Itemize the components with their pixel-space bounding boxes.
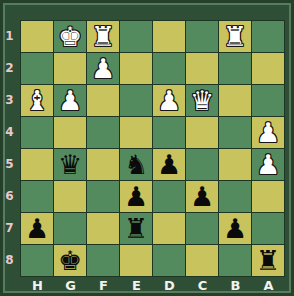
square-d4[interactable] xyxy=(153,117,185,148)
square-f6[interactable] xyxy=(87,181,119,212)
square-a6[interactable] xyxy=(252,181,284,212)
square-e3[interactable] xyxy=(120,85,152,116)
square-c4[interactable] xyxy=(186,117,218,148)
square-b4[interactable] xyxy=(219,117,251,148)
square-e1[interactable] xyxy=(120,21,152,52)
black-rook[interactable]: ♜ xyxy=(256,247,280,274)
square-g8[interactable]: ♚ xyxy=(54,245,86,276)
square-f7[interactable] xyxy=(87,213,119,244)
square-h3[interactable]: ♝ xyxy=(21,85,53,116)
square-g3[interactable]: ♟ xyxy=(54,85,86,116)
white-rook[interactable]: ♜ xyxy=(223,23,247,50)
file-label-b: B xyxy=(219,278,252,294)
square-f5[interactable] xyxy=(87,149,119,180)
file-label-h: H xyxy=(21,278,54,294)
square-d7[interactable] xyxy=(153,213,185,244)
square-f8[interactable] xyxy=(87,245,119,276)
square-d3[interactable]: ♟ xyxy=(153,85,185,116)
square-b5[interactable] xyxy=(219,149,251,180)
square-f3[interactable] xyxy=(87,85,119,116)
chess-board-frame: ♚♜♜♟♝♟♟♛♟♛♞♟♟♟♟♟♜♟♚♜ 12345678 HGFEDCBA xyxy=(0,0,294,296)
square-f4[interactable] xyxy=(87,117,119,148)
square-h2[interactable] xyxy=(21,53,53,84)
black-queen[interactable]: ♛ xyxy=(58,151,82,178)
square-c2[interactable] xyxy=(186,53,218,84)
square-d5[interactable]: ♟ xyxy=(153,149,185,180)
white-pawn[interactable]: ♟ xyxy=(91,55,115,82)
square-e8[interactable] xyxy=(120,245,152,276)
square-e6[interactable]: ♟ xyxy=(120,181,152,212)
square-b2[interactable] xyxy=(219,53,251,84)
rank-label-3: 3 xyxy=(0,85,19,116)
square-a4[interactable]: ♟ xyxy=(252,117,284,148)
square-g2[interactable] xyxy=(54,53,86,84)
rank-label-5: 5 xyxy=(0,149,19,180)
square-h8[interactable] xyxy=(21,245,53,276)
file-label-a: A xyxy=(252,278,285,294)
board: ♚♜♜♟♝♟♟♛♟♛♞♟♟♟♟♟♜♟♚♜ xyxy=(20,20,285,277)
black-pawn[interactable]: ♟ xyxy=(223,215,247,242)
square-g1[interactable]: ♚ xyxy=(54,21,86,52)
square-c8[interactable] xyxy=(186,245,218,276)
square-a7[interactable] xyxy=(252,213,284,244)
square-b7[interactable]: ♟ xyxy=(219,213,251,244)
square-d1[interactable] xyxy=(153,21,185,52)
square-h6[interactable] xyxy=(21,181,53,212)
white-pawn[interactable]: ♟ xyxy=(157,87,181,114)
white-pawn[interactable]: ♟ xyxy=(256,119,280,146)
rank-label-1: 1 xyxy=(0,21,19,52)
square-g7[interactable] xyxy=(54,213,86,244)
square-g5[interactable]: ♛ xyxy=(54,149,86,180)
white-pawn[interactable]: ♟ xyxy=(58,87,82,114)
square-c3[interactable]: ♛ xyxy=(186,85,218,116)
square-c6[interactable]: ♟ xyxy=(186,181,218,212)
black-pawn[interactable]: ♟ xyxy=(157,151,181,178)
square-a1[interactable] xyxy=(252,21,284,52)
file-label-f: F xyxy=(87,278,120,294)
square-h7[interactable]: ♟ xyxy=(21,213,53,244)
square-b1[interactable]: ♜ xyxy=(219,21,251,52)
square-e5[interactable]: ♞ xyxy=(120,149,152,180)
square-c5[interactable] xyxy=(186,149,218,180)
square-g6[interactable] xyxy=(54,181,86,212)
white-queen[interactable]: ♛ xyxy=(190,87,214,114)
rank-label-8: 8 xyxy=(0,245,19,276)
square-d8[interactable] xyxy=(153,245,185,276)
square-f2[interactable]: ♟ xyxy=(87,53,119,84)
black-king[interactable]: ♚ xyxy=(58,247,82,274)
square-g4[interactable] xyxy=(54,117,86,148)
square-e2[interactable] xyxy=(120,53,152,84)
square-a3[interactable] xyxy=(252,85,284,116)
black-rook[interactable]: ♜ xyxy=(124,215,148,242)
file-label-c: C xyxy=(186,278,219,294)
rank-label-6: 6 xyxy=(0,181,19,212)
square-h1[interactable] xyxy=(21,21,53,52)
square-c1[interactable] xyxy=(186,21,218,52)
square-a8[interactable]: ♜ xyxy=(252,245,284,276)
square-d6[interactable] xyxy=(153,181,185,212)
white-rook[interactable]: ♜ xyxy=(91,23,115,50)
white-pawn[interactable]: ♟ xyxy=(256,151,280,178)
black-pawn[interactable]: ♟ xyxy=(25,215,49,242)
square-c7[interactable] xyxy=(186,213,218,244)
file-label-e: E xyxy=(120,278,153,294)
square-h5[interactable] xyxy=(21,149,53,180)
rank-label-7: 7 xyxy=(0,213,19,244)
square-b6[interactable] xyxy=(219,181,251,212)
rank-label-4: 4 xyxy=(0,117,19,148)
square-d2[interactable] xyxy=(153,53,185,84)
square-a5[interactable]: ♟ xyxy=(252,149,284,180)
black-pawn[interactable]: ♟ xyxy=(190,183,214,210)
square-f1[interactable]: ♜ xyxy=(87,21,119,52)
square-e4[interactable] xyxy=(120,117,152,148)
rank-label-2: 2 xyxy=(0,53,19,84)
square-b3[interactable] xyxy=(219,85,251,116)
square-e7[interactable]: ♜ xyxy=(120,213,152,244)
white-king[interactable]: ♚ xyxy=(58,23,82,50)
white-bishop[interactable]: ♝ xyxy=(25,87,49,114)
square-h4[interactable] xyxy=(21,117,53,148)
square-a2[interactable] xyxy=(252,53,284,84)
black-pawn[interactable]: ♟ xyxy=(124,183,148,210)
black-knight[interactable]: ♞ xyxy=(124,151,148,178)
square-b8[interactable] xyxy=(219,245,251,276)
file-label-g: G xyxy=(54,278,87,294)
file-label-d: D xyxy=(153,278,186,294)
